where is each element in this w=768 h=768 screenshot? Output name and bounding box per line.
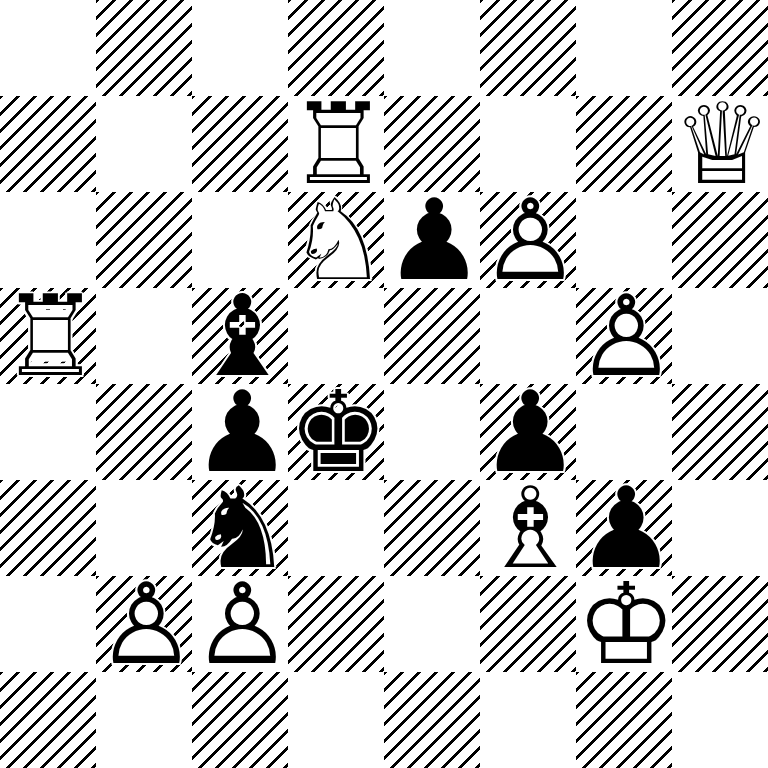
square-g8[interactable] [576,0,672,96]
white-bishop-outline: ♗ [480,480,580,576]
square-d1[interactable] [288,672,384,768]
square-e4[interactable] [384,384,480,480]
square-d2[interactable] [288,576,384,672]
square-b6[interactable] [96,192,192,288]
square-c8[interactable] [192,0,288,96]
square-h3[interactable] [672,480,768,576]
square-h2[interactable] [672,576,768,672]
square-f1[interactable] [480,672,576,768]
white-king: ♚♔ [576,576,672,672]
square-a7[interactable] [0,96,96,192]
white-knight-outline: ♘ [288,192,388,288]
white-pawn: ♟♙ [576,288,672,384]
black-pawn: ♟ [384,192,480,288]
square-a4[interactable] [0,384,96,480]
black-king-glyph: ♚ [288,384,388,480]
white-queen: ♛♕ [672,96,768,192]
square-h1[interactable] [672,672,768,768]
square-b7[interactable] [96,96,192,192]
square-b2[interactable]: ♟♙ [96,576,192,672]
square-f6[interactable]: ♟♙ [480,192,576,288]
square-f8[interactable] [480,0,576,96]
white-knight: ♞♘ [288,192,384,288]
white-pawn-outline: ♙ [480,192,580,288]
square-b8[interactable] [96,0,192,96]
square-a8[interactable] [0,0,96,96]
white-king-outline: ♔ [576,576,676,672]
square-h5[interactable] [672,288,768,384]
square-h6[interactable] [672,192,768,288]
square-f3[interactable]: ♝♗ [480,480,576,576]
square-h4[interactable] [672,384,768,480]
chess-board: ♜♖♛♕♞♘♟♟♙♜♖♝♟♙♟♚♟♞♝♗♟♟♙♟♙♚♔ [0,0,768,768]
square-c1[interactable] [192,672,288,768]
square-e3[interactable] [384,480,480,576]
square-b4[interactable] [96,384,192,480]
square-f2[interactable] [480,576,576,672]
square-d3[interactable] [288,480,384,576]
black-pawn-glyph: ♟ [384,192,484,288]
square-a3[interactable] [0,480,96,576]
square-c2[interactable]: ♟♙ [192,576,288,672]
square-b5[interactable] [96,288,192,384]
square-g1[interactable] [576,672,672,768]
white-pawn-outline: ♙ [96,576,196,672]
square-d6[interactable]: ♞♘ [288,192,384,288]
square-c7[interactable] [192,96,288,192]
square-a2[interactable] [0,576,96,672]
white-pawn: ♟♙ [480,192,576,288]
white-bishop: ♝♗ [480,480,576,576]
square-a5[interactable]: ♜♖ [0,288,96,384]
square-e8[interactable] [384,0,480,96]
white-pawn: ♟♙ [192,576,288,672]
white-rook-outline: ♖ [0,288,100,384]
square-e6[interactable]: ♟ [384,192,480,288]
white-pawn: ♟♙ [96,576,192,672]
square-g7[interactable] [576,96,672,192]
square-g2[interactable]: ♚♔ [576,576,672,672]
black-king: ♚ [288,384,384,480]
square-a1[interactable] [0,672,96,768]
square-h7[interactable]: ♛♕ [672,96,768,192]
square-e1[interactable] [384,672,480,768]
square-g5[interactable]: ♟♙ [576,288,672,384]
white-pawn-outline: ♙ [576,288,676,384]
white-pawn-outline: ♙ [192,576,292,672]
square-d4[interactable]: ♚ [288,384,384,480]
white-rook: ♜♖ [0,288,96,384]
square-e2[interactable] [384,576,480,672]
square-e5[interactable] [384,288,480,384]
square-b1[interactable] [96,672,192,768]
white-queen-outline: ♕ [672,96,768,192]
